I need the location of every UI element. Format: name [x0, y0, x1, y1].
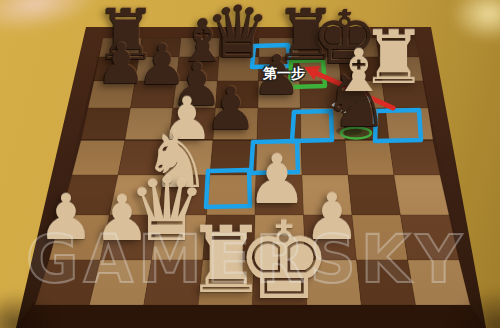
white-pawn-b2[interactable]: ♟	[94, 187, 150, 250]
white-bishop-g6[interactable]: ♝	[333, 41, 386, 100]
square-h1[interactable]	[408, 260, 470, 305]
square-h4[interactable]	[389, 140, 440, 175]
square-a5[interactable]	[81, 108, 131, 140]
square-g1[interactable]	[357, 260, 416, 305]
black-pawn-e6[interactable]: ♟	[252, 48, 301, 103]
square-a4[interactable]	[72, 140, 125, 175]
white-pawn-a2[interactable]: ♟	[38, 186, 94, 249]
square-h2[interactable]	[401, 215, 460, 260]
square-f4[interactable]	[301, 140, 348, 175]
square-h3[interactable]	[394, 175, 449, 215]
square-g4[interactable]	[345, 140, 394, 175]
screenshot-stage: ♜♝♛♜♚♟♟♟♟♟♞♜♝♟♞♟♛♟♟♟♜♚ GAMERSKY 第一步	[0, 0, 500, 328]
square-b1[interactable]	[89, 260, 151, 305]
white-king-e1[interactable]: ♚	[236, 208, 332, 315]
